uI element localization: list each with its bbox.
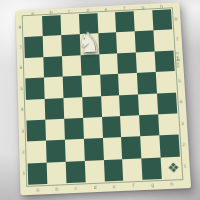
square-b1	[47, 161, 67, 184]
square-f5	[118, 73, 138, 95]
square-e1	[103, 159, 123, 182]
square-b3	[45, 119, 65, 141]
square-b2	[46, 140, 66, 162]
rank-label-left-4: 4	[21, 108, 24, 113]
square-c3	[64, 118, 84, 140]
square-b7	[43, 35, 62, 56]
square-a6	[25, 57, 44, 79]
rank-label-right-2: 2	[182, 143, 185, 148]
square-f3	[120, 115, 140, 137]
square-e4	[101, 95, 121, 117]
square-g8	[134, 10, 154, 31]
square-f7	[116, 32, 136, 54]
file-label-top-b: b	[50, 10, 53, 14]
file-label-top-h: h	[160, 4, 163, 8]
square-f8	[115, 11, 135, 32]
square-f1	[122, 158, 142, 181]
photo-background: ♞ CHESS ❖ aabbccddeeffgghh88776655443322…	[0, 0, 200, 200]
square-h3	[158, 113, 178, 135]
square-d8	[79, 13, 98, 34]
file-label-top-a: a	[31, 11, 34, 15]
square-c6	[62, 55, 81, 77]
square-e2	[102, 137, 122, 159]
file-label-top-f: f	[124, 6, 126, 10]
square-a1	[28, 162, 48, 185]
square-d5	[81, 75, 101, 97]
square-a4	[26, 98, 45, 120]
square-e7	[98, 33, 118, 55]
square-a8	[24, 16, 43, 37]
square-h4	[157, 92, 177, 114]
rank-label-left-8: 8	[19, 25, 22, 29]
rank-label-left-1: 1	[22, 172, 25, 177]
rank-label-right-4: 4	[180, 100, 183, 105]
square-f6	[117, 52, 137, 74]
rank-label-left-6: 6	[20, 66, 23, 70]
square-c7	[61, 35, 80, 56]
square-f2	[121, 136, 141, 158]
square-d1	[84, 160, 104, 183]
square-d3	[83, 117, 103, 139]
chess-board: ♞ CHESS ❖ aabbccddeeffgghh88776655443322…	[16, 2, 191, 195]
square-d2	[84, 138, 104, 160]
file-label-bottom-f: f	[132, 184, 134, 189]
square-g4	[138, 93, 158, 115]
square-b8	[42, 15, 61, 36]
square-h5	[156, 71, 176, 93]
square-c8	[60, 14, 79, 35]
square-g1	[142, 157, 162, 180]
chess-board-wrap: ♞ CHESS ❖ aabbccddeeffgghh88776655443322…	[16, 2, 191, 195]
rank-label-right-3: 3	[181, 121, 184, 126]
square-d6	[80, 54, 99, 76]
file-label-bottom-g: g	[151, 183, 154, 188]
file-label-bottom-e: e	[113, 184, 116, 189]
square-g7	[135, 31, 155, 53]
rank-label-right-8: 8	[174, 17, 177, 21]
square-h6	[155, 50, 175, 72]
square-h7	[154, 30, 174, 52]
square-h2	[159, 135, 179, 157]
board-grid	[24, 9, 182, 185]
file-label-top-g: g	[141, 5, 144, 9]
rank-label-left-7: 7	[19, 46, 22, 50]
square-a2	[27, 141, 46, 163]
square-g3	[139, 114, 159, 136]
file-label-bottom-c: c	[75, 186, 78, 191]
square-c4	[63, 97, 83, 119]
rank-label-right-7: 7	[176, 38, 179, 42]
square-b4	[45, 98, 64, 120]
square-h8	[152, 9, 172, 30]
rank-label-left-2: 2	[22, 150, 25, 155]
square-g5	[137, 72, 157, 94]
square-a5	[25, 78, 44, 100]
square-g2	[140, 136, 160, 158]
square-e8	[97, 12, 116, 33]
square-d7	[79, 34, 98, 55]
file-label-top-d: d	[86, 8, 89, 12]
file-label-top-e: e	[105, 7, 108, 11]
square-f4	[119, 94, 139, 116]
file-label-bottom-b: b	[55, 187, 58, 192]
square-e3	[102, 116, 122, 138]
square-c1	[65, 161, 85, 184]
rank-label-right-5: 5	[178, 79, 181, 84]
file-label-bottom-h: h	[170, 182, 173, 187]
square-c5	[62, 76, 81, 98]
file-label-bottom-d: d	[94, 185, 97, 190]
rank-label-right-6: 6	[177, 58, 180, 63]
corner-logo-icon: ❖	[164, 157, 184, 179]
file-label-bottom-a: a	[36, 188, 39, 193]
square-b6	[43, 56, 62, 78]
square-b5	[44, 77, 63, 99]
square-g6	[136, 51, 156, 73]
square-a3	[26, 120, 45, 142]
file-label-top-c: c	[68, 9, 71, 13]
rank-label-left-5: 5	[20, 87, 23, 92]
square-d4	[82, 96, 102, 118]
square-a7	[24, 36, 43, 57]
square-c2	[65, 139, 85, 161]
square-e5	[100, 74, 120, 96]
rank-label-right-1: 1	[184, 165, 187, 170]
rank-label-left-3: 3	[21, 129, 24, 134]
square-e6	[99, 53, 119, 75]
